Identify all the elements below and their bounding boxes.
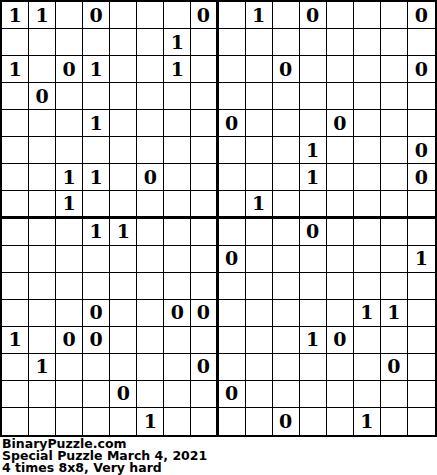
cell-r12c15: 1 bbox=[381, 300, 408, 327]
cell-r7c6: 0 bbox=[137, 164, 164, 191]
cell-r4c8[interactable] bbox=[191, 83, 218, 110]
cell-r14c14[interactable] bbox=[354, 354, 381, 381]
cell-r16c15[interactable] bbox=[381, 408, 408, 435]
cell-r5c11[interactable] bbox=[273, 110, 300, 137]
cell-r2c5[interactable] bbox=[110, 29, 137, 56]
cell-r8c6[interactable] bbox=[137, 191, 164, 218]
cell-r12c9[interactable] bbox=[219, 300, 246, 327]
cell-r1c8: 0 bbox=[191, 2, 218, 29]
cell-r11c15[interactable] bbox=[381, 273, 408, 300]
cell-r2c7: 1 bbox=[164, 29, 191, 56]
cell-r5c15[interactable] bbox=[381, 110, 408, 137]
cell-r1c1: 1 bbox=[2, 2, 29, 29]
cell-r8c4[interactable] bbox=[83, 191, 110, 218]
cell-r13c13: 0 bbox=[327, 327, 354, 354]
cell-r10c1[interactable] bbox=[2, 246, 29, 273]
cell-r4c16[interactable] bbox=[408, 83, 435, 110]
cell-r5c14[interactable] bbox=[354, 110, 381, 137]
cell-r16c10[interactable] bbox=[246, 408, 273, 435]
cell-r11c11[interactable] bbox=[273, 273, 300, 300]
cell-r2c6[interactable] bbox=[137, 29, 164, 56]
cell-r15c16[interactable] bbox=[408, 381, 435, 408]
cell-r8c15[interactable] bbox=[381, 191, 408, 218]
cell-r15c7[interactable] bbox=[164, 381, 191, 408]
cell-r16c12[interactable] bbox=[300, 408, 327, 435]
cell-r12c6[interactable] bbox=[137, 300, 164, 327]
cell-r3c6[interactable] bbox=[137, 56, 164, 83]
cell-r13c9[interactable] bbox=[219, 327, 246, 354]
cell-r14c7[interactable] bbox=[164, 354, 191, 381]
cell-r5c2[interactable] bbox=[29, 110, 56, 137]
cell-r10c3[interactable] bbox=[56, 246, 83, 273]
cell-r12c2[interactable] bbox=[29, 300, 56, 327]
cell-r15c5: 0 bbox=[110, 381, 137, 408]
cell-r10c5[interactable] bbox=[110, 246, 137, 273]
cell-r2c9[interactable] bbox=[219, 29, 246, 56]
cell-r9c3[interactable] bbox=[56, 219, 83, 246]
cell-r9c13[interactable] bbox=[327, 219, 354, 246]
cell-r11c13[interactable] bbox=[327, 273, 354, 300]
cell-r13c7[interactable] bbox=[164, 327, 191, 354]
cell-r2c4[interactable] bbox=[83, 29, 110, 56]
cell-r16c2[interactable] bbox=[29, 408, 56, 435]
cell-r2c14[interactable] bbox=[354, 29, 381, 56]
cell-r13c1: 1 bbox=[2, 327, 29, 354]
cell-r12c5[interactable] bbox=[110, 300, 137, 327]
cell-r6c12: 1 bbox=[300, 137, 327, 164]
cell-r9c8[interactable] bbox=[191, 219, 218, 246]
cell-r11c12[interactable] bbox=[300, 273, 327, 300]
cell-r9c5: 1 bbox=[110, 219, 137, 246]
cell-r11c8[interactable] bbox=[191, 273, 218, 300]
cell-r11c1[interactable] bbox=[2, 273, 29, 300]
cell-r3c10[interactable] bbox=[246, 56, 273, 83]
cell-r4c12[interactable] bbox=[300, 83, 327, 110]
cell-r2c8[interactable] bbox=[191, 29, 218, 56]
cell-r4c3[interactable] bbox=[56, 83, 83, 110]
cell-r10c15[interactable] bbox=[381, 246, 408, 273]
cell-r12c14: 1 bbox=[354, 300, 381, 327]
cell-r4c7[interactable] bbox=[164, 83, 191, 110]
cell-r12c11[interactable] bbox=[273, 300, 300, 327]
cell-r1c5[interactable] bbox=[110, 2, 137, 29]
cell-r7c8[interactable] bbox=[191, 164, 218, 191]
cell-r1c10: 1 bbox=[246, 2, 273, 29]
cell-r7c14[interactable] bbox=[354, 164, 381, 191]
cell-r9c9[interactable] bbox=[219, 219, 246, 246]
cell-r2c10[interactable] bbox=[246, 29, 273, 56]
cell-r1c11[interactable] bbox=[273, 2, 300, 29]
cell-r13c4: 0 bbox=[83, 327, 110, 354]
cell-r14c12[interactable] bbox=[300, 354, 327, 381]
cell-r3c3: 0 bbox=[56, 56, 83, 83]
cell-r6c9[interactable] bbox=[219, 137, 246, 164]
cell-r7c12: 1 bbox=[300, 164, 327, 191]
cell-r12c4: 0 bbox=[83, 300, 110, 327]
cell-r8c16[interactable] bbox=[408, 191, 435, 218]
cell-r4c13[interactable] bbox=[327, 83, 354, 110]
cell-r4c2: 0 bbox=[29, 83, 56, 110]
cell-r16c14: 1 bbox=[354, 408, 381, 435]
cell-r15c14[interactable] bbox=[354, 381, 381, 408]
cell-r10c14[interactable] bbox=[354, 246, 381, 273]
cell-r6c1[interactable] bbox=[2, 137, 29, 164]
cell-r15c1[interactable] bbox=[2, 381, 29, 408]
cell-r10c8[interactable] bbox=[191, 246, 218, 273]
cell-r9c16[interactable] bbox=[408, 219, 435, 246]
cell-r8c13[interactable] bbox=[327, 191, 354, 218]
cell-r1c4: 0 bbox=[83, 2, 110, 29]
cell-r13c6[interactable] bbox=[137, 327, 164, 354]
cell-r14c15: 0 bbox=[381, 354, 408, 381]
cell-r10c12[interactable] bbox=[300, 246, 327, 273]
cell-r2c3[interactable] bbox=[56, 29, 83, 56]
cell-r15c12[interactable] bbox=[300, 381, 327, 408]
cell-r13c11[interactable] bbox=[273, 327, 300, 354]
cell-r6c4[interactable] bbox=[83, 137, 110, 164]
cell-r7c9[interactable] bbox=[219, 164, 246, 191]
cell-r15c10[interactable] bbox=[246, 381, 273, 408]
cell-r12c10[interactable] bbox=[246, 300, 273, 327]
cell-r1c9[interactable] bbox=[219, 2, 246, 29]
cell-r10c6[interactable] bbox=[137, 246, 164, 273]
cell-r11c9[interactable] bbox=[219, 273, 246, 300]
cell-r6c2[interactable] bbox=[29, 137, 56, 164]
cell-r10c4[interactable] bbox=[83, 246, 110, 273]
cell-r5c9: 0 bbox=[219, 110, 246, 137]
cell-r4c5[interactable] bbox=[110, 83, 137, 110]
cell-r13c16[interactable] bbox=[408, 327, 435, 354]
cell-r8c3: 1 bbox=[56, 191, 83, 218]
cell-r5c3[interactable] bbox=[56, 110, 83, 137]
cell-r13c8[interactable] bbox=[191, 327, 218, 354]
cell-r8c12[interactable] bbox=[300, 191, 327, 218]
cell-r6c8[interactable] bbox=[191, 137, 218, 164]
cell-r11c14[interactable] bbox=[354, 273, 381, 300]
cell-r8c10: 1 bbox=[246, 191, 273, 218]
cell-r12c1[interactable] bbox=[2, 300, 29, 327]
cell-r8c8[interactable] bbox=[191, 191, 218, 218]
cell-r4c4[interactable] bbox=[83, 83, 110, 110]
cell-r13c10[interactable] bbox=[246, 327, 273, 354]
cell-r16c4[interactable] bbox=[83, 408, 110, 435]
cell-r3c13[interactable] bbox=[327, 56, 354, 83]
cell-r8c11[interactable] bbox=[273, 191, 300, 218]
cell-r12c3[interactable] bbox=[56, 300, 83, 327]
cell-r9c7[interactable] bbox=[164, 219, 191, 246]
binary-puzzle-board: 1100100110110001001011010111100100011100… bbox=[0, 0, 437, 437]
cell-r7c13[interactable] bbox=[327, 164, 354, 191]
cell-r15c3[interactable] bbox=[56, 381, 83, 408]
cell-r5c1[interactable] bbox=[2, 110, 29, 137]
cell-r14c1[interactable] bbox=[2, 354, 29, 381]
cell-r2c16[interactable] bbox=[408, 29, 435, 56]
cell-r8c1[interactable] bbox=[2, 191, 29, 218]
cell-r11c5[interactable] bbox=[110, 273, 137, 300]
cell-r3c11: 0 bbox=[273, 56, 300, 83]
cell-r6c15[interactable] bbox=[381, 137, 408, 164]
cell-r5c5[interactable] bbox=[110, 110, 137, 137]
cell-r7c15[interactable] bbox=[381, 164, 408, 191]
cell-r13c2[interactable] bbox=[29, 327, 56, 354]
cell-r16c3[interactable] bbox=[56, 408, 83, 435]
cell-r16c9[interactable] bbox=[219, 408, 246, 435]
cell-r6c7[interactable] bbox=[164, 137, 191, 164]
cell-r4c11[interactable] bbox=[273, 83, 300, 110]
cell-r1c14[interactable] bbox=[354, 2, 381, 29]
cell-r14c9[interactable] bbox=[219, 354, 246, 381]
cell-r12c12[interactable] bbox=[300, 300, 327, 327]
cell-r11c6[interactable] bbox=[137, 273, 164, 300]
cell-r7c10[interactable] bbox=[246, 164, 273, 191]
cell-r14c10[interactable] bbox=[246, 354, 273, 381]
cell-r7c11[interactable] bbox=[273, 164, 300, 191]
cell-r3c12[interactable] bbox=[300, 56, 327, 83]
cell-r3c16: 0 bbox=[408, 56, 435, 83]
cell-r5c4: 1 bbox=[83, 110, 110, 137]
cell-r8c9[interactable] bbox=[219, 191, 246, 218]
cell-r11c3[interactable] bbox=[56, 273, 83, 300]
cell-r4c1[interactable] bbox=[2, 83, 29, 110]
cell-r4c15[interactable] bbox=[381, 83, 408, 110]
cell-r11c7[interactable] bbox=[164, 273, 191, 300]
cell-r9c6[interactable] bbox=[137, 219, 164, 246]
cell-r3c5[interactable] bbox=[110, 56, 137, 83]
cell-r4c10[interactable] bbox=[246, 83, 273, 110]
cell-r14c5[interactable] bbox=[110, 354, 137, 381]
cell-r3c4: 1 bbox=[83, 56, 110, 83]
cell-r13c3: 0 bbox=[56, 327, 83, 354]
cell-r7c3: 1 bbox=[56, 164, 83, 191]
cell-r15c6[interactable] bbox=[137, 381, 164, 408]
cell-r13c5[interactable] bbox=[110, 327, 137, 354]
cell-r16c16[interactable] bbox=[408, 408, 435, 435]
cell-r10c11[interactable] bbox=[273, 246, 300, 273]
cell-r5c10[interactable] bbox=[246, 110, 273, 137]
cell-r11c16[interactable] bbox=[408, 273, 435, 300]
cell-r16c11: 0 bbox=[273, 408, 300, 435]
puzzle-difficulty: 4 times 8x8, Very hard bbox=[2, 462, 437, 474]
cell-r12c7: 0 bbox=[164, 300, 191, 327]
cell-r4c9[interactable] bbox=[219, 83, 246, 110]
cell-r15c11[interactable] bbox=[273, 381, 300, 408]
cell-r14c11[interactable] bbox=[273, 354, 300, 381]
cell-r7c16: 0 bbox=[408, 164, 435, 191]
footer: BinaryPuzzle.com Special Puzzle March 4,… bbox=[0, 437, 437, 474]
cell-r10c13[interactable] bbox=[327, 246, 354, 273]
cell-r14c8: 0 bbox=[191, 354, 218, 381]
cell-r6c3[interactable] bbox=[56, 137, 83, 164]
cell-r12c8: 0 bbox=[191, 300, 218, 327]
cell-r3c8[interactable] bbox=[191, 56, 218, 83]
cell-r11c4[interactable] bbox=[83, 273, 110, 300]
cell-r1c7[interactable] bbox=[164, 2, 191, 29]
cell-r13c14[interactable] bbox=[354, 327, 381, 354]
cell-r2c2[interactable] bbox=[29, 29, 56, 56]
cell-r7c5[interactable] bbox=[110, 164, 137, 191]
cell-r15c15[interactable] bbox=[381, 381, 408, 408]
cell-r10c10[interactable] bbox=[246, 246, 273, 273]
cell-r12c13[interactable] bbox=[327, 300, 354, 327]
cell-r6c10[interactable] bbox=[246, 137, 273, 164]
cell-r6c6[interactable] bbox=[137, 137, 164, 164]
puzzle-page: 1100100110110001001011010111100100011100… bbox=[0, 0, 437, 475]
cell-r8c2[interactable] bbox=[29, 191, 56, 218]
cell-r2c13[interactable] bbox=[327, 29, 354, 56]
cell-r15c2[interactable] bbox=[29, 381, 56, 408]
cell-r14c4[interactable] bbox=[83, 354, 110, 381]
cell-r9c14[interactable] bbox=[354, 219, 381, 246]
cell-r6c16: 0 bbox=[408, 137, 435, 164]
cell-r3c2[interactable] bbox=[29, 56, 56, 83]
cell-r9c10[interactable] bbox=[246, 219, 273, 246]
cell-r2c11[interactable] bbox=[273, 29, 300, 56]
cell-r3c1: 1 bbox=[2, 56, 29, 83]
cell-r9c1[interactable] bbox=[2, 219, 29, 246]
cell-r16c8[interactable] bbox=[191, 408, 218, 435]
cell-r6c13[interactable] bbox=[327, 137, 354, 164]
cell-r15c8[interactable] bbox=[191, 381, 218, 408]
cell-r6c14[interactable] bbox=[354, 137, 381, 164]
cell-r10c7[interactable] bbox=[164, 246, 191, 273]
cell-r3c15[interactable] bbox=[381, 56, 408, 83]
cell-r10c16: 1 bbox=[408, 246, 435, 273]
cell-r1c16: 0 bbox=[408, 2, 435, 29]
cell-r9c11[interactable] bbox=[273, 219, 300, 246]
cell-r11c10[interactable] bbox=[246, 273, 273, 300]
cell-r5c12[interactable] bbox=[300, 110, 327, 137]
cell-r14c2: 1 bbox=[29, 354, 56, 381]
cell-r6c5[interactable] bbox=[110, 137, 137, 164]
cell-r16c1[interactable] bbox=[2, 408, 29, 435]
cell-r5c8[interactable] bbox=[191, 110, 218, 137]
cell-r4c14[interactable] bbox=[354, 83, 381, 110]
cell-r9c4: 1 bbox=[83, 219, 110, 246]
cell-r1c13[interactable] bbox=[327, 2, 354, 29]
cell-r10c2[interactable] bbox=[29, 246, 56, 273]
cell-r10c9: 0 bbox=[219, 246, 246, 273]
cell-r1c6[interactable] bbox=[137, 2, 164, 29]
cell-r14c3[interactable] bbox=[56, 354, 83, 381]
cell-r4c6[interactable] bbox=[137, 83, 164, 110]
cell-r13c12: 1 bbox=[300, 327, 327, 354]
cell-r5c13: 0 bbox=[327, 110, 354, 137]
cell-r1c15[interactable] bbox=[381, 2, 408, 29]
cell-r2c15[interactable] bbox=[381, 29, 408, 56]
cell-r7c2[interactable] bbox=[29, 164, 56, 191]
cell-r15c9: 0 bbox=[219, 381, 246, 408]
cell-r16c13[interactable] bbox=[327, 408, 354, 435]
cell-r1c12: 0 bbox=[300, 2, 327, 29]
cell-r12c16[interactable] bbox=[408, 300, 435, 327]
cell-r9c12: 0 bbox=[300, 219, 327, 246]
cell-r14c6[interactable] bbox=[137, 354, 164, 381]
cell-r3c7: 1 bbox=[164, 56, 191, 83]
cell-r1c2: 1 bbox=[29, 2, 56, 29]
cell-r2c1[interactable] bbox=[2, 29, 29, 56]
cell-r5c16[interactable] bbox=[408, 110, 435, 137]
cell-r1c3[interactable] bbox=[56, 2, 83, 29]
cell-r8c14[interactable] bbox=[354, 191, 381, 218]
cell-r3c14[interactable] bbox=[354, 56, 381, 83]
cell-r2c12[interactable] bbox=[300, 29, 327, 56]
cell-r8c5[interactable] bbox=[110, 191, 137, 218]
cell-r7c4: 1 bbox=[83, 164, 110, 191]
cell-r3c9[interactable] bbox=[219, 56, 246, 83]
cell-r16c6: 1 bbox=[137, 408, 164, 435]
cell-r15c4[interactable] bbox=[83, 381, 110, 408]
cell-r7c1[interactable] bbox=[2, 164, 29, 191]
cell-r5c6[interactable] bbox=[137, 110, 164, 137]
cell-r11c2[interactable] bbox=[29, 273, 56, 300]
cell-r14c16[interactable] bbox=[408, 354, 435, 381]
cell-r7c7[interactable] bbox=[164, 164, 191, 191]
cell-r16c5[interactable] bbox=[110, 408, 137, 435]
cell-r9c2[interactable] bbox=[29, 219, 56, 246]
cell-r16c7[interactable] bbox=[164, 408, 191, 435]
cell-r8c7[interactable] bbox=[164, 191, 191, 218]
cell-r9c15[interactable] bbox=[381, 219, 408, 246]
cell-r5c7[interactable] bbox=[164, 110, 191, 137]
cell-r14c13[interactable] bbox=[327, 354, 354, 381]
cell-r6c11[interactable] bbox=[273, 137, 300, 164]
cell-r13c15[interactable] bbox=[381, 327, 408, 354]
cell-r15c13[interactable] bbox=[327, 381, 354, 408]
